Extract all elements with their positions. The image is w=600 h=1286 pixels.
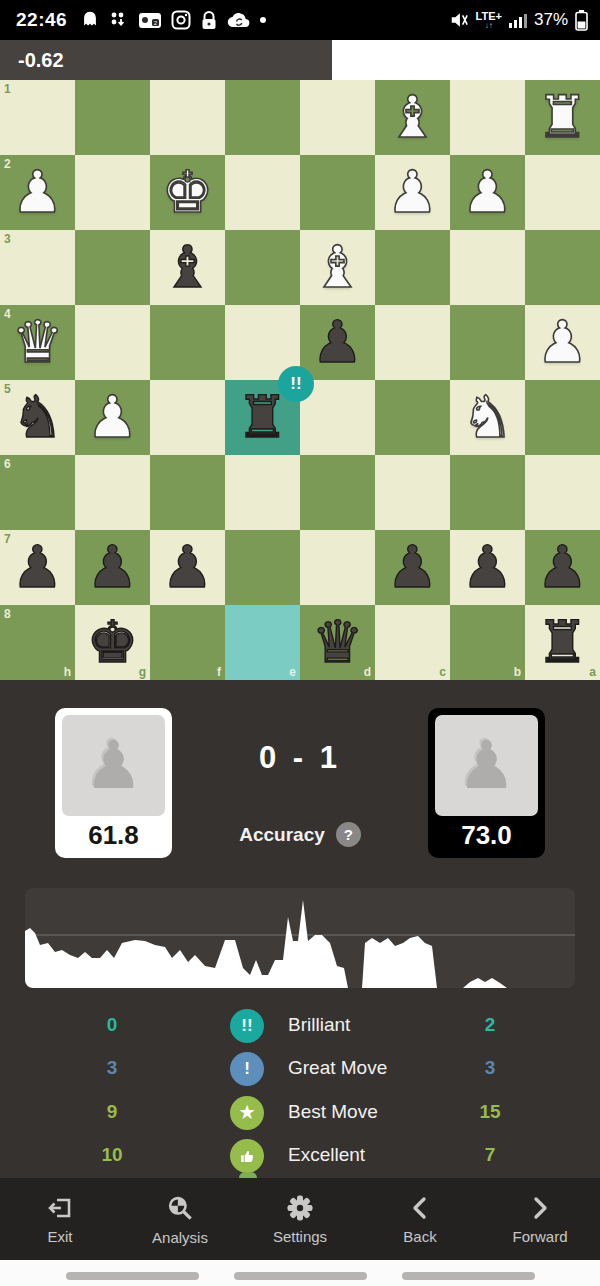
white-rook[interactable]: ♜ bbox=[537, 80, 589, 155]
square-e3[interactable] bbox=[225, 230, 300, 305]
square-c8[interactable]: c bbox=[375, 605, 450, 680]
square-b2[interactable]: ♟ bbox=[450, 155, 525, 230]
best-icon: ★ bbox=[230, 1096, 264, 1130]
brilliant-label: Brilliant bbox=[288, 1014, 350, 1036]
clock-time: 22:46 bbox=[16, 9, 67, 31]
great-icon: ! bbox=[230, 1052, 264, 1086]
stat-row-great: 3!Great Move3 bbox=[0, 1049, 600, 1089]
square-d4[interactable]: ♟ bbox=[300, 305, 375, 380]
square-h3[interactable]: 3 bbox=[0, 230, 75, 305]
square-f6[interactable] bbox=[150, 455, 225, 530]
best-label: Best Move bbox=[288, 1101, 378, 1123]
nav-forward-label: Forward bbox=[512, 1228, 567, 1245]
square-b5[interactable]: ♞ bbox=[450, 380, 525, 455]
square-h5[interactable]: ♞5 bbox=[0, 380, 75, 455]
file-label-h: h bbox=[64, 665, 71, 679]
square-e8[interactable]: e bbox=[225, 605, 300, 680]
square-e1[interactable] bbox=[225, 80, 300, 155]
black-pawn[interactable]: ♟ bbox=[87, 530, 139, 605]
excellent-icon bbox=[230, 1139, 264, 1173]
white-king[interactable]: ♚ bbox=[162, 155, 214, 230]
square-g2[interactable] bbox=[75, 155, 150, 230]
square-f4[interactable] bbox=[150, 305, 225, 380]
muted-speaker-icon bbox=[449, 10, 469, 30]
rank-label-3: 3 bbox=[4, 232, 11, 246]
battery-percent: 37% bbox=[534, 10, 568, 30]
network-type-indicator: LTE+ ↓↑ bbox=[476, 11, 502, 30]
back-chevron-icon bbox=[407, 1194, 433, 1222]
chess-board[interactable]: 1♝♜♟2♚♟♟3♝♝♛4♟♟♞5♟♜♞6♟7♟♟♟♟♟8h♚gfe♛dcb♜a… bbox=[0, 80, 600, 680]
nav-exit-label: Exit bbox=[47, 1228, 72, 1245]
brilliant-glyph: !! bbox=[241, 1016, 252, 1036]
square-a4[interactable]: ♟ bbox=[525, 305, 600, 380]
cloud-sync-icon bbox=[227, 11, 251, 29]
black-pawn[interactable]: ♟ bbox=[312, 305, 364, 380]
excellent-label: Excellent bbox=[288, 1144, 365, 1166]
square-h1[interactable]: 1 bbox=[0, 80, 75, 155]
square-f2[interactable]: ♚ bbox=[150, 155, 225, 230]
square-g5[interactable]: ♟ bbox=[75, 380, 150, 455]
notification-dot bbox=[260, 17, 266, 23]
nav-back-button[interactable]: Back bbox=[360, 1178, 480, 1260]
black-pawn[interactable]: ♟ bbox=[162, 530, 214, 605]
rank-label-8: 8 bbox=[4, 607, 11, 621]
white-pawn[interactable]: ♟ bbox=[537, 305, 589, 380]
square-b8[interactable]: b bbox=[450, 605, 525, 680]
square-d2[interactable] bbox=[300, 155, 375, 230]
brilliant-move-badge: !! bbox=[278, 366, 314, 402]
square-c6[interactable] bbox=[375, 455, 450, 530]
square-b4[interactable] bbox=[450, 305, 525, 380]
evaluation-area-chart bbox=[25, 888, 575, 988]
file-label-a: a bbox=[589, 665, 596, 679]
black-rook[interactable]: ♜ bbox=[537, 605, 589, 680]
rank-label-4: 4 bbox=[4, 307, 11, 321]
square-e2[interactable] bbox=[225, 155, 300, 230]
square-g6[interactable] bbox=[75, 455, 150, 530]
square-a7[interactable]: ♟ bbox=[525, 530, 600, 605]
nav-settings-label: Settings bbox=[273, 1228, 327, 1245]
black-best-count: 15 bbox=[468, 1101, 512, 1123]
square-c1[interactable]: ♝ bbox=[375, 80, 450, 155]
rank-label-6: 6 bbox=[4, 457, 11, 471]
black-king[interactable]: ♚ bbox=[87, 605, 139, 680]
square-c2[interactable]: ♟ bbox=[375, 155, 450, 230]
analysis-icon bbox=[165, 1193, 195, 1223]
square-a3[interactable] bbox=[525, 230, 600, 305]
white-knight[interactable]: ♞ bbox=[462, 380, 514, 455]
square-d6[interactable] bbox=[300, 455, 375, 530]
black-knight[interactable]: ♞ bbox=[12, 380, 64, 455]
white-excellent-count: 10 bbox=[90, 1144, 134, 1166]
android-status-bar: 22:46 2 LTE+ ↓↑ 37% bbox=[0, 0, 600, 40]
square-a1[interactable]: ♜ bbox=[525, 80, 600, 155]
file-label-c: c bbox=[439, 665, 446, 679]
settings-gear-icon bbox=[286, 1194, 314, 1222]
white-pawn[interactable]: ♟ bbox=[87, 380, 139, 455]
forward-chevron-icon bbox=[527, 1194, 553, 1222]
screen-record-icon: 2 bbox=[138, 10, 162, 30]
square-a8[interactable]: ♜a bbox=[525, 605, 600, 680]
square-h4[interactable]: ♛4 bbox=[0, 305, 75, 380]
square-f8[interactable]: f bbox=[150, 605, 225, 680]
rank-label-2: 2 bbox=[4, 157, 11, 171]
black-bishop[interactable]: ♝ bbox=[162, 230, 214, 305]
great-label: Great Move bbox=[288, 1057, 387, 1079]
square-f7[interactable]: ♟ bbox=[150, 530, 225, 605]
great-glyph: ! bbox=[244, 1059, 250, 1079]
black-pawn[interactable]: ♟ bbox=[12, 530, 64, 605]
nav-exit-button[interactable]: Exit bbox=[0, 1178, 120, 1260]
square-g3[interactable] bbox=[75, 230, 150, 305]
rank-label-5: 5 bbox=[4, 382, 11, 396]
black-pawn[interactable]: ♟ bbox=[387, 530, 439, 605]
square-h6[interactable]: 6 bbox=[0, 455, 75, 530]
square-f3[interactable]: ♝ bbox=[150, 230, 225, 305]
white-best-count: 9 bbox=[90, 1101, 134, 1123]
evaluation-bar: -0.62 bbox=[0, 40, 600, 80]
square-d3[interactable]: ♝ bbox=[300, 230, 375, 305]
lock-icon bbox=[200, 10, 218, 31]
square-d8[interactable]: ♛d bbox=[300, 605, 375, 680]
white-queen[interactable]: ♛ bbox=[12, 305, 64, 380]
evaluation-value: -0.62 bbox=[0, 49, 64, 72]
black-queen[interactable]: ♛ bbox=[312, 605, 364, 680]
nav-analysis-label: Analysis bbox=[152, 1229, 208, 1246]
white-pawn[interactable]: ♟ bbox=[387, 155, 439, 230]
stat-row-best: 9★Best Move15 bbox=[0, 1093, 600, 1133]
square-g4[interactable] bbox=[75, 305, 150, 380]
square-c5[interactable] bbox=[375, 380, 450, 455]
black-brilliant-count: 2 bbox=[468, 1014, 512, 1036]
white-pawn[interactable]: ♟ bbox=[12, 155, 64, 230]
bottom-toolbar: ExitAnalysisSettingsBackForward bbox=[0, 1178, 600, 1260]
square-g1[interactable] bbox=[75, 80, 150, 155]
square-h7[interactable]: ♟7 bbox=[0, 530, 75, 605]
chess-game-review-screen: 22:46 2 LTE+ ↓↑ 37% -0.62 1♝♜♟2♚♟♟3♝♝♛4♟… bbox=[0, 0, 600, 1286]
rank-label-1: 1 bbox=[4, 82, 11, 96]
square-b7[interactable]: ♟ bbox=[450, 530, 525, 605]
square-h2[interactable]: ♟2 bbox=[0, 155, 75, 230]
nav-pill-back[interactable] bbox=[402, 1272, 535, 1280]
nav-settings-button[interactable]: Settings bbox=[240, 1178, 360, 1260]
black-great-count: 3 bbox=[468, 1057, 512, 1079]
square-h8[interactable]: 8h bbox=[0, 605, 75, 680]
black-pawn[interactable]: ♟ bbox=[537, 530, 589, 605]
square-d7[interactable] bbox=[300, 530, 375, 605]
accuracy-help-button[interactable]: ? bbox=[336, 822, 361, 847]
file-label-f: f bbox=[217, 665, 221, 679]
exit-icon bbox=[46, 1194, 74, 1222]
brilliant-icon: !! bbox=[230, 1009, 264, 1043]
file-label-g: g bbox=[139, 665, 146, 679]
file-label-e: e bbox=[289, 665, 296, 679]
snapchat-icon bbox=[80, 9, 100, 31]
square-e6[interactable] bbox=[225, 455, 300, 530]
rank-label-7: 7 bbox=[4, 532, 11, 546]
square-g8[interactable]: ♚g bbox=[75, 605, 150, 680]
stat-row-brilliant: 0!!Brilliant2 bbox=[0, 1006, 600, 1046]
white-bishop[interactable]: ♝ bbox=[312, 230, 364, 305]
evaluation-graph[interactable] bbox=[25, 888, 575, 988]
square-f1[interactable] bbox=[150, 80, 225, 155]
thumbs-up-icon bbox=[238, 1147, 257, 1166]
square-b6[interactable] bbox=[450, 455, 525, 530]
square-c7[interactable]: ♟ bbox=[375, 530, 450, 605]
accuracy-label: Accuracy bbox=[239, 824, 325, 846]
square-f5[interactable] bbox=[150, 380, 225, 455]
nav-back-label: Back bbox=[403, 1228, 436, 1245]
best-glyph: ★ bbox=[239, 1102, 254, 1123]
instagram-icon bbox=[171, 10, 191, 30]
square-a2[interactable] bbox=[525, 155, 600, 230]
signal-bars-icon bbox=[509, 12, 527, 28]
white-brilliant-count: 0 bbox=[90, 1014, 134, 1036]
square-g7[interactable]: ♟ bbox=[75, 530, 150, 605]
default-avatar-pawn-icon: ♟ bbox=[457, 727, 516, 804]
nav-pill-recents[interactable] bbox=[66, 1272, 199, 1280]
black-player-avatar: ♟ bbox=[435, 715, 538, 816]
white-bishop[interactable]: ♝ bbox=[387, 80, 439, 155]
file-label-d: d bbox=[364, 665, 371, 679]
square-c3[interactable] bbox=[375, 230, 450, 305]
square-d1[interactable] bbox=[300, 80, 375, 155]
white-pawn[interactable]: ♟ bbox=[462, 155, 514, 230]
nav-analysis-button[interactable]: Analysis bbox=[120, 1178, 240, 1260]
black-pawn[interactable]: ♟ bbox=[462, 530, 514, 605]
battery-icon bbox=[575, 9, 588, 31]
square-a5[interactable] bbox=[525, 380, 600, 455]
evaluation-bar-black-portion: -0.62 bbox=[0, 40, 332, 80]
nav-pill-home[interactable] bbox=[234, 1272, 367, 1280]
square-b3[interactable] bbox=[450, 230, 525, 305]
square-c4[interactable] bbox=[375, 305, 450, 380]
square-e7[interactable] bbox=[225, 530, 300, 605]
file-label-b: b bbox=[514, 665, 521, 679]
white-advantage-area bbox=[25, 900, 575, 988]
square-a6[interactable] bbox=[525, 455, 600, 530]
nav-forward-button[interactable]: Forward bbox=[480, 1178, 600, 1260]
black-excellent-count: 7 bbox=[468, 1144, 512, 1166]
android-navigation-bar bbox=[0, 1260, 600, 1286]
app-dots-download-icon bbox=[109, 10, 129, 30]
stat-row-excellent: 10Excellent7 bbox=[0, 1136, 600, 1176]
white-great-count: 3 bbox=[90, 1057, 134, 1079]
square-b1[interactable] bbox=[450, 80, 525, 155]
